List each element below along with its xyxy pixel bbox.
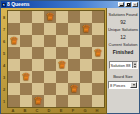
file-label-g: G bbox=[79, 108, 91, 113]
file-label-d: D bbox=[43, 108, 55, 113]
square-a1[interactable] bbox=[8, 95, 20, 107]
square-g7[interactable]: ♛ bbox=[80, 23, 92, 35]
square-e3[interactable] bbox=[56, 71, 68, 83]
close-icon: × bbox=[134, 3, 136, 6]
square-b6[interactable] bbox=[20, 35, 32, 47]
square-c8[interactable] bbox=[32, 11, 44, 23]
square-a2[interactable] bbox=[8, 83, 20, 95]
square-h5[interactable]: ♛ bbox=[92, 47, 104, 59]
square-e5[interactable] bbox=[56, 47, 68, 59]
square-a4[interactable] bbox=[8, 59, 20, 71]
dropdown-button[interactable] bbox=[130, 82, 137, 88]
square-a6[interactable]: ♛ bbox=[8, 35, 20, 47]
window-title: 8 Queens bbox=[7, 1, 117, 8]
file-label-f: F bbox=[67, 108, 79, 113]
chevron-down-icon bbox=[133, 84, 135, 86]
square-f4[interactable] bbox=[68, 59, 80, 71]
up-down-spinner-icon[interactable] bbox=[132, 62, 137, 68]
square-b5[interactable] bbox=[20, 47, 32, 59]
square-e1[interactable] bbox=[56, 95, 68, 107]
queen-piece-g7[interactable]: ♛ bbox=[80, 23, 92, 35]
square-h3[interactable] bbox=[92, 71, 104, 83]
square-b7[interactable] bbox=[20, 23, 32, 35]
queen-piece-d8[interactable]: ♛ bbox=[44, 11, 56, 23]
square-d8[interactable]: ♛ bbox=[44, 11, 56, 23]
square-e4[interactable]: ♛ bbox=[56, 59, 68, 71]
square-c1[interactable]: ♛ bbox=[32, 95, 44, 107]
square-f7[interactable] bbox=[68, 23, 80, 35]
square-f1[interactable] bbox=[68, 95, 80, 107]
square-c6[interactable] bbox=[32, 35, 44, 47]
square-g3[interactable] bbox=[80, 71, 92, 83]
square-d2[interactable] bbox=[44, 83, 56, 95]
square-d1[interactable] bbox=[44, 95, 56, 107]
square-b1[interactable] bbox=[20, 95, 32, 107]
solutions-found-label: Solutions Found bbox=[109, 12, 138, 17]
square-d5[interactable] bbox=[44, 47, 56, 59]
square-h8[interactable] bbox=[92, 11, 104, 23]
unique-solutions-label: Unique Solutions bbox=[108, 27, 138, 32]
square-c2[interactable] bbox=[32, 83, 44, 95]
titlebar[interactable]: 8 Queens × bbox=[1, 1, 139, 8]
square-e2[interactable] bbox=[56, 83, 68, 95]
square-g1[interactable] bbox=[80, 95, 92, 107]
square-b3[interactable]: ♛ bbox=[20, 71, 32, 83]
window-content: 87654321 ♛♛♛♛♛♛♛♛ ABCDEFGH Solutions Fou… bbox=[1, 8, 139, 114]
square-b8[interactable] bbox=[20, 11, 32, 23]
unique-solutions-value: 12 bbox=[120, 34, 126, 40]
square-h2[interactable] bbox=[92, 83, 104, 95]
maximize-icon bbox=[127, 3, 130, 6]
square-d3[interactable] bbox=[44, 71, 56, 83]
square-d6[interactable] bbox=[44, 35, 56, 47]
app-window: 8 Queens × 87654321 ♛♛♛♛♛♛♛♛ ABCDEFGH So… bbox=[0, 0, 140, 114]
square-f8[interactable] bbox=[68, 11, 80, 23]
window-controls: × bbox=[118, 2, 138, 7]
square-c5[interactable] bbox=[32, 47, 44, 59]
square-e6[interactable] bbox=[56, 35, 68, 47]
solution-number-field[interactable]: Solution 88 bbox=[109, 61, 138, 69]
square-c7[interactable] bbox=[32, 23, 44, 35]
square-f2[interactable]: ♛ bbox=[68, 83, 80, 95]
square-c4[interactable] bbox=[32, 59, 44, 71]
chess-board[interactable]: ♛♛♛♛♛♛♛♛ bbox=[7, 10, 105, 108]
square-d7[interactable] bbox=[44, 23, 56, 35]
square-h1[interactable] bbox=[92, 95, 104, 107]
current-solution-label: Current Solution bbox=[109, 42, 138, 47]
file-label-a: A bbox=[7, 108, 19, 113]
file-label-b: B bbox=[19, 108, 31, 113]
queen-piece-a6[interactable]: ♛ bbox=[8, 35, 20, 47]
queen-piece-b3[interactable]: ♛ bbox=[20, 71, 32, 83]
maximize-button[interactable] bbox=[125, 2, 131, 7]
chess-board-frame: 87654321 ♛♛♛♛♛♛♛♛ ABCDEFGH bbox=[1, 8, 107, 114]
file-label-h: H bbox=[91, 108, 103, 113]
square-e8[interactable] bbox=[56, 11, 68, 23]
minimize-icon bbox=[120, 5, 123, 6]
square-b4[interactable] bbox=[20, 59, 32, 71]
square-h6[interactable] bbox=[92, 35, 104, 47]
square-f6[interactable] bbox=[68, 35, 80, 47]
square-a5[interactable] bbox=[8, 47, 20, 59]
square-g2[interactable] bbox=[80, 83, 92, 95]
file-labels: ABCDEFGH bbox=[7, 108, 105, 113]
queen-piece-f2[interactable]: ♛ bbox=[68, 83, 80, 95]
square-g6[interactable] bbox=[80, 35, 92, 47]
square-a8[interactable] bbox=[8, 11, 20, 23]
current-solution-value: Finished bbox=[113, 49, 134, 55]
queen-piece-e4[interactable]: ♛ bbox=[56, 59, 68, 71]
minimize-button[interactable] bbox=[118, 2, 124, 7]
board-size-dropdown[interactable]: 8 Pieces bbox=[108, 81, 138, 89]
square-g8[interactable] bbox=[80, 11, 92, 23]
square-e7[interactable] bbox=[56, 23, 68, 35]
square-g4[interactable] bbox=[80, 59, 92, 71]
square-d4[interactable] bbox=[44, 59, 56, 71]
square-g5[interactable] bbox=[80, 47, 92, 59]
board-size-value: 8 Pieces bbox=[110, 83, 125, 88]
spinner-up-icon[interactable] bbox=[134, 63, 136, 65]
side-panel: Solutions Found 92 Unique Solutions 12 C… bbox=[107, 8, 139, 114]
square-a3[interactable] bbox=[8, 71, 20, 83]
spinner-down-icon[interactable] bbox=[134, 66, 136, 68]
file-label-e: E bbox=[55, 108, 67, 113]
solution-number-text: Solution 88 bbox=[111, 63, 131, 68]
queen-piece-h5[interactable]: ♛ bbox=[92, 47, 104, 59]
square-c3[interactable] bbox=[32, 71, 44, 83]
square-h7[interactable] bbox=[92, 23, 104, 35]
square-f5[interactable] bbox=[68, 47, 80, 59]
close-button[interactable]: × bbox=[132, 2, 138, 7]
app-icon bbox=[2, 3, 6, 7]
solutions-found-value: 92 bbox=[120, 19, 126, 25]
queen-piece-c1[interactable]: ♛ bbox=[32, 95, 44, 107]
square-h4[interactable] bbox=[92, 59, 104, 71]
file-label-c: C bbox=[31, 108, 43, 113]
square-a7[interactable] bbox=[8, 23, 20, 35]
board-size-label: Board Size bbox=[113, 74, 133, 79]
square-b2[interactable] bbox=[20, 83, 32, 95]
square-f3[interactable] bbox=[68, 71, 80, 83]
